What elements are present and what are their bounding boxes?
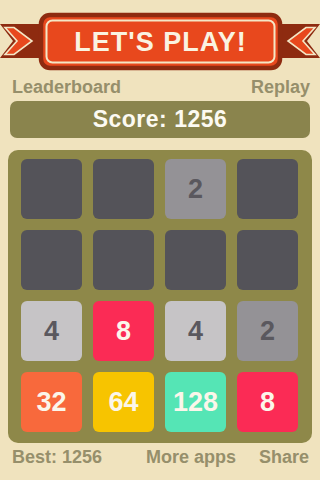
tile-8: 8 [93,301,154,361]
tile-32: 32 [21,372,82,432]
tile-2: 2 [165,159,226,219]
best-score-label: Best: 1256 [12,447,102,468]
tile-4: 4 [21,301,82,361]
tile-128: 128 [165,372,226,432]
leaderboard-button[interactable]: Leaderboard [12,77,121,98]
empty-cell [165,230,226,290]
banner-title: LET'S PLAY! [74,27,246,57]
score-text: Score: 1256 [93,106,228,133]
tile-64: 64 [93,372,154,432]
replay-button[interactable]: Replay [251,77,310,98]
share-button[interactable]: Share [259,447,309,468]
empty-cell [237,159,298,219]
board[interactable]: 2484232641288 [8,150,312,443]
tile-2: 2 [237,301,298,361]
empty-cell [21,230,82,290]
tile-4: 4 [165,301,226,361]
empty-cell [237,230,298,290]
ribbon-banner: LET'S PLAY! [0,0,320,78]
empty-cell [93,230,154,290]
empty-cell [93,159,154,219]
tile-8: 8 [237,372,298,432]
empty-cell [21,159,82,219]
more-apps-button[interactable]: More apps [146,447,236,468]
score-bar: Score: 1256 [10,101,310,138]
